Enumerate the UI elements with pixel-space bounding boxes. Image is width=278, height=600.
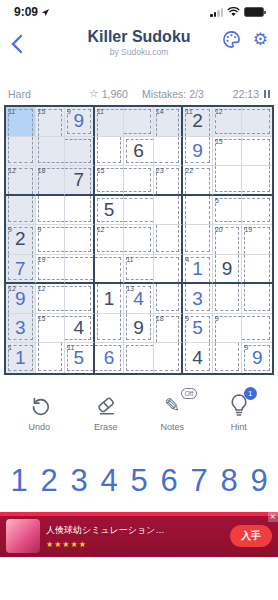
cell-r4c1[interactable] — [6, 196, 36, 226]
cage-sum: 9 — [244, 344, 248, 352]
given-digit: 1 — [104, 288, 115, 310]
cell-r1c4[interactable]: 11 — [95, 107, 125, 137]
cell-r8c5[interactable]: 9 — [124, 314, 154, 344]
cell-r7c5[interactable]: 134 — [124, 284, 154, 314]
cage-sum: 9 — [38, 226, 42, 234]
cell-r2c4[interactable] — [95, 137, 125, 167]
cell-r9c2[interactable] — [36, 343, 66, 373]
numpad-7[interactable]: 7 — [184, 460, 214, 502]
cage-sum: 14 — [156, 108, 164, 116]
gear-icon[interactable]: ⚙ — [253, 31, 268, 48]
cell-r7c1[interactable]: 129 — [6, 284, 36, 314]
cage-border — [215, 284, 240, 311]
cell-r2c2[interactable] — [36, 137, 66, 167]
cell-r7c3[interactable] — [65, 284, 95, 314]
cell-r4c2[interactable] — [36, 196, 66, 226]
user-digit: 5 — [74, 347, 85, 369]
app-screen: 9:09 Killer Sudoku by Sudoku.com ⚙ — [0, 0, 278, 600]
cell-r4c3[interactable] — [65, 196, 95, 226]
cell-r5c6[interactable] — [154, 225, 184, 255]
cage-sum: 5 — [215, 197, 219, 205]
cell-r4c8[interactable]: 5 — [213, 196, 243, 226]
back-button[interactable] — [10, 34, 24, 54]
ad-rating-stars: ★★★★★ — [46, 540, 224, 549]
user-digit: 6 — [104, 347, 115, 369]
given-digit: 4 — [192, 347, 203, 369]
numpad-1[interactable]: 1 — [4, 460, 34, 502]
given-digit: 6 — [133, 140, 144, 162]
cage-border — [242, 316, 270, 341]
cell-r2c6[interactable] — [154, 137, 184, 167]
cage-sum: 1 — [8, 344, 12, 352]
given-digit: 4 — [74, 317, 85, 339]
numpad-8[interactable]: 8 — [214, 460, 244, 502]
cell-r5c9[interactable]: 19 — [242, 225, 272, 255]
cage-border — [124, 168, 151, 192]
clock: 9:09 — [14, 5, 50, 19]
location-arrow-icon — [41, 8, 50, 17]
erase-button[interactable]: Erase — [73, 392, 140, 444]
notes-label: Notes — [160, 422, 184, 432]
cell-r6c8[interactable]: 9 — [213, 255, 243, 285]
cage-sum: 11 — [126, 256, 133, 264]
undo-button[interactable]: Undo — [6, 392, 73, 444]
cell-r8c1[interactable]: 3 — [6, 314, 36, 344]
user-digit: 3 — [15, 317, 26, 339]
cell-r9c7[interactable]: 4 — [183, 343, 213, 373]
given-digit: 9 — [133, 317, 144, 339]
cage-border — [244, 284, 270, 311]
cage-border — [154, 196, 180, 225]
star-icon: ☆ — [89, 87, 99, 100]
cage-sum: 11 — [97, 108, 104, 116]
numpad-5[interactable]: 5 — [124, 460, 154, 502]
cage-sum: 15 — [97, 167, 105, 175]
user-digit: 9 — [74, 110, 85, 132]
status-icons — [210, 7, 264, 17]
cell-r7c9[interactable] — [242, 284, 272, 314]
cell-r3c7[interactable]: 22 — [183, 166, 213, 196]
cage-border — [242, 166, 270, 192]
erase-label: Erase — [94, 422, 118, 432]
given-digit: 7 — [74, 169, 85, 191]
cage-border — [154, 257, 180, 283]
cell-r2c8[interactable]: 15 — [213, 137, 243, 167]
cage-border — [124, 227, 151, 252]
cell-r5c2[interactable]: 9 — [36, 225, 66, 255]
cell-r6c2[interactable]: 19 — [36, 255, 66, 285]
cage-sum: 12 — [8, 167, 16, 175]
status-bar: 9:09 — [0, 4, 278, 20]
cell-r8c9[interactable] — [242, 314, 272, 344]
hint-button[interactable]: 1 Hint — [206, 392, 273, 444]
cell-r8c4[interactable] — [95, 314, 125, 344]
cell-r7c2[interactable]: 12 — [36, 284, 66, 314]
cell-r6c5[interactable]: 11 — [124, 255, 154, 285]
notes-button[interactable]: ✎ Off Notes — [139, 392, 206, 444]
sudoku-grid: 1115991114112126915121871523225592912201… — [6, 107, 272, 373]
cell-r3c4[interactable]: 15 — [95, 166, 125, 196]
cage-sum: 13 — [126, 285, 134, 293]
header: Killer Sudoku by Sudoku.com ⚙ — [0, 26, 278, 64]
numpad-6[interactable]: 6 — [154, 460, 184, 502]
cage-border — [65, 257, 93, 281]
eraser-icon — [94, 394, 118, 416]
sudoku-board: 1115991114112126915121871523225592912201… — [4, 105, 274, 375]
cage-border — [154, 137, 180, 164]
cell-r4c6[interactable] — [154, 196, 184, 226]
cell-r7c6[interactable] — [154, 284, 184, 314]
cell-r6c6[interactable] — [154, 255, 184, 285]
hint-count-badge: 1 — [244, 387, 257, 400]
cage-sum: 11 — [185, 108, 192, 116]
user-digit: 7 — [15, 258, 26, 280]
cell-r6c3[interactable] — [65, 255, 95, 285]
cell-r5c8[interactable]: 20 — [213, 225, 243, 255]
cell-r8c8[interactable]: 9 — [213, 314, 243, 344]
cage-border — [38, 343, 63, 371]
cell-r9c1[interactable]: 11 — [6, 343, 36, 373]
cage-border — [8, 196, 33, 223]
cage-sum: 9 — [185, 315, 189, 323]
cage-sum: 23 — [156, 167, 164, 175]
cage-border — [65, 286, 91, 311]
cage-sum: 18 — [38, 167, 46, 175]
cell-r5c1[interactable]: 92 — [6, 225, 36, 255]
undo-icon — [28, 394, 50, 416]
time-text: 9:09 — [14, 5, 38, 19]
cage-sum: 12 — [8, 285, 16, 293]
cell-r4c9[interactable] — [242, 196, 272, 226]
cell-r9c4[interactable]: 6 — [95, 343, 125, 373]
cell-r6c4[interactable] — [95, 255, 125, 285]
cage-sum: 15 — [215, 138, 223, 146]
given-digit: 2 — [15, 228, 26, 250]
cage-border — [242, 139, 270, 166]
user-digit: 1 — [192, 258, 203, 280]
cell-r2c3[interactable] — [65, 137, 95, 167]
cage-border — [8, 137, 33, 164]
cell-r8c2[interactable]: 15 — [36, 314, 66, 344]
cage-sum: 4 — [185, 256, 189, 264]
number-pad: 123456789 — [4, 460, 274, 502]
cage-sum: 12 — [97, 226, 105, 234]
user-digit: 1 — [15, 347, 26, 369]
ad-banner[interactable]: ✕ 人倹球幼シミュレーション… ★★★★★ 入手 — [0, 512, 278, 557]
cell-r5c3[interactable] — [65, 225, 95, 255]
cell-r9c6[interactable] — [154, 343, 184, 373]
undo-label: Undo — [28, 422, 50, 432]
cage-sum: 9 — [8, 226, 12, 234]
cell-r1c1[interactable]: 11 — [6, 107, 36, 137]
mistakes-counter: Mistakes: 2/3 — [142, 88, 204, 100]
cell-r6c1[interactable]: 7 — [6, 255, 36, 285]
cell-r6c9[interactable] — [242, 255, 272, 285]
cage-border — [242, 109, 270, 134]
user-digit: 5 — [192, 317, 203, 339]
cage-border — [244, 255, 270, 283]
cell-r2c1[interactable] — [6, 137, 36, 167]
cage-border — [156, 284, 180, 311]
cell-r6c7[interactable]: 41 — [183, 255, 213, 285]
cell-r4c7[interactable] — [183, 196, 213, 226]
cell-r7c8[interactable] — [213, 284, 243, 314]
cell-r8c7[interactable]: 95 — [183, 314, 213, 344]
cell-r1c7[interactable]: 112 — [183, 107, 213, 137]
cage-border — [156, 225, 180, 252]
numpad-2[interactable]: 2 — [34, 460, 64, 502]
cell-r1c6[interactable]: 14 — [154, 107, 184, 137]
cell-r8c6[interactable]: 18 — [154, 314, 184, 344]
cell-r3c2[interactable]: 18 — [36, 166, 66, 196]
cell-r3c5[interactable] — [124, 166, 154, 196]
cage-sum: 15 — [38, 315, 46, 323]
cage-sum: 18 — [156, 315, 164, 323]
cell-r3c8[interactable] — [213, 166, 243, 196]
ad-title: 人倹球幼シミュレーション… — [46, 524, 224, 537]
wifi-icon — [227, 7, 240, 17]
pencil-icon: ✎ — [164, 396, 180, 415]
cage-sum: 9 — [215, 315, 219, 323]
cage-border — [65, 139, 91, 164]
numpad-4[interactable]: 4 — [94, 460, 124, 502]
cell-r2c5[interactable]: 6 — [124, 137, 154, 167]
cage-sum: 19 — [38, 256, 46, 264]
numpad-3[interactable]: 3 — [64, 460, 94, 502]
cage-border — [38, 196, 65, 223]
given-digit: 5 — [104, 199, 115, 221]
cell-r3c3[interactable]: 7 — [65, 166, 95, 196]
cage-border — [154, 343, 180, 371]
user-digit: 9 — [192, 140, 203, 162]
score-value: 1,960 — [102, 88, 128, 100]
cage-border — [185, 196, 210, 225]
difficulty-label: Hard — [8, 88, 31, 100]
cage-border — [65, 227, 91, 252]
cage-border — [126, 345, 153, 371]
timer-value: 22:13 — [233, 88, 259, 100]
cell-r7c7[interactable]: 3 — [183, 284, 213, 314]
cage-sum: 9 — [67, 108, 71, 116]
cage-sum: 22 — [185, 167, 193, 175]
cell-r2c7[interactable]: 9 — [183, 137, 213, 167]
cell-r5c5[interactable] — [124, 225, 154, 255]
cell-r1c2[interactable]: 15 — [36, 107, 66, 137]
user-digit: 9 — [252, 347, 263, 369]
given-digit: 9 — [222, 258, 233, 280]
meta-row: Hard ☆1,960 Mistakes: 2/3 22:13 — [8, 86, 270, 101]
ad-install-button[interactable]: 入手 — [230, 525, 272, 547]
cage-border — [38, 137, 65, 164]
cell-r1c3[interactable]: 99 — [65, 107, 95, 137]
cell-r3c1[interactable]: 12 — [6, 166, 36, 196]
cage-border — [38, 227, 65, 252]
numpad-9[interactable]: 9 — [244, 460, 274, 502]
battery-icon — [244, 7, 264, 17]
cage-sum: 20 — [215, 226, 223, 234]
cage-border — [97, 137, 122, 164]
cell-r1c8[interactable]: 12 — [213, 107, 243, 137]
cell-r3c9[interactable] — [242, 166, 272, 196]
cell-r9c9[interactable]: 99 — [242, 343, 272, 373]
user-digit: 4 — [133, 288, 144, 310]
signal-icon — [210, 8, 223, 17]
cage-border — [215, 343, 240, 371]
cell-r2c9[interactable] — [242, 137, 272, 167]
cage-sum: 11 — [67, 344, 74, 352]
user-digit: 9 — [15, 288, 26, 310]
cell-r5c7[interactable] — [183, 225, 213, 255]
cage-sum: 12 — [215, 108, 223, 116]
ad-thumbnail — [6, 519, 40, 553]
cage-border — [215, 166, 242, 192]
toolbar: Undo Erase ✎ Off Notes 1 — [6, 392, 272, 444]
cage-border — [124, 109, 151, 134]
user-digit: 3 — [192, 288, 203, 310]
cage-sum: 12 — [38, 285, 46, 293]
cage-border — [242, 198, 270, 223]
cell-r1c9[interactable] — [242, 107, 272, 137]
given-digit: 2 — [192, 110, 203, 132]
cell-r9c3[interactable]: 115 — [65, 343, 95, 373]
cage-border — [97, 314, 122, 341]
cell-r5c4[interactable]: 12 — [95, 225, 125, 255]
cage-border — [95, 257, 122, 283]
cage-sum: 19 — [244, 226, 252, 234]
cage-border — [185, 225, 210, 252]
cell-r4c4[interactable]: 5 — [95, 196, 125, 226]
cell-r3c6[interactable]: 23 — [154, 166, 184, 196]
pause-button[interactable] — [264, 90, 270, 98]
cage-border — [65, 196, 91, 223]
cell-r9c8[interactable] — [213, 343, 243, 373]
cage-border — [124, 198, 153, 223]
cell-r4c5[interactable] — [124, 196, 154, 226]
cell-r7c4[interactable]: 1 — [95, 284, 125, 314]
hint-label: Hint — [231, 422, 247, 432]
cell-r8c3[interactable]: 4 — [65, 314, 95, 344]
palette-icon[interactable] — [222, 30, 241, 49]
cage-sum: 15 — [38, 108, 46, 116]
ad-close-icon[interactable]: ✕ — [268, 512, 278, 522]
cell-r1c5[interactable] — [124, 107, 154, 137]
cage-sum: 11 — [8, 108, 15, 116]
notes-off-badge: Off — [181, 388, 198, 399]
cell-r9c5[interactable] — [124, 343, 154, 373]
